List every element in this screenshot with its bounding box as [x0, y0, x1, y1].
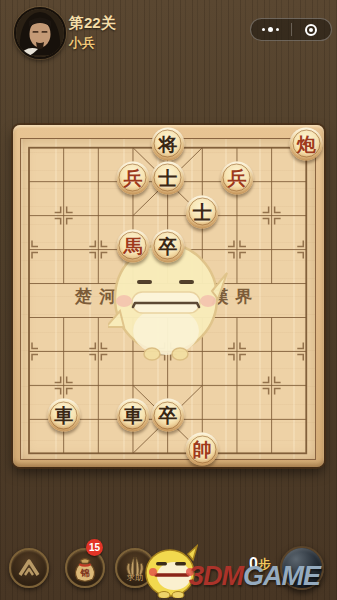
piece-character: 兵 — [123, 168, 142, 187]
piece-character: 炮 — [297, 134, 316, 153]
game-screen: 第22关 小兵 楚河 漢界 — [0, 0, 337, 600]
xiangqi-piece-black[interactable]: 卒 — [151, 399, 184, 432]
watermark-right: GAME — [243, 561, 320, 591]
level-subtitle: 小兵 — [69, 36, 116, 49]
piece-character: 車 — [123, 406, 142, 425]
piece-character: 兵 — [227, 168, 246, 187]
xiangqi-piece-black[interactable]: 卒 — [151, 229, 184, 262]
piece-character: 車 — [54, 406, 73, 425]
xiangqi-board[interactable]: 楚河 漢界 将炮兵士兵士馬卒車車卒帥 — [13, 125, 324, 467]
xiangqi-piece-red[interactable]: 馬 — [116, 229, 149, 262]
bag-count-badge: 15 — [86, 539, 103, 556]
piece-character: 帥 — [193, 440, 212, 459]
avatar-portrait — [16, 9, 64, 57]
piece-character: 将 — [158, 134, 177, 153]
xiangqi-piece-red[interactable]: 炮 — [290, 127, 323, 160]
piece-character: 士 — [193, 202, 212, 221]
piece-character: 卒 — [158, 406, 177, 425]
pieces-layer: 将炮兵士兵士馬卒車車卒帥 — [13, 125, 324, 467]
watermark-left: 3DM — [189, 561, 243, 591]
player-avatar — [14, 7, 66, 59]
xiangqi-piece-black[interactable]: 車 — [47, 399, 80, 432]
level-title: 第22关 — [69, 15, 116, 30]
more-dots-icon — [262, 27, 279, 32]
piece-character: 士 — [158, 168, 177, 187]
xiangqi-piece-red[interactable]: 兵 — [116, 161, 149, 194]
more-button[interactable] — [251, 19, 291, 40]
target-circle-icon — [305, 24, 317, 36]
piece-character: 馬 — [123, 236, 142, 255]
level-info: 第22关 小兵 — [69, 15, 116, 49]
xiangqi-piece-red[interactable]: 兵 — [220, 161, 253, 194]
xiangqi-piece-red[interactable]: 帥 — [186, 433, 219, 466]
xiangqi-piece-black[interactable]: 士 — [186, 195, 219, 228]
piece-character: 卒 — [158, 236, 177, 255]
help-label: 求助 — [127, 574, 143, 582]
xiangqi-piece-black[interactable]: 将 — [151, 127, 184, 160]
xiangqi-piece-black[interactable]: 車 — [116, 399, 149, 432]
expand-button[interactable] — [9, 548, 49, 588]
xiangqi-piece-black[interactable]: 士 — [151, 161, 184, 194]
top-bar: 第22关 小兵 — [0, 0, 337, 62]
chevron-up-icon — [11, 550, 47, 586]
brocade-bag-icon: 锦 — [68, 551, 102, 585]
exit-button[interactable] — [292, 19, 332, 40]
bottom-toolbar: 锦 15 求助 0步 — [0, 530, 337, 600]
wechat-capsule — [250, 18, 332, 41]
svg-text:锦: 锦 — [79, 568, 90, 578]
watermark: 3DMGAME — [189, 563, 320, 590]
